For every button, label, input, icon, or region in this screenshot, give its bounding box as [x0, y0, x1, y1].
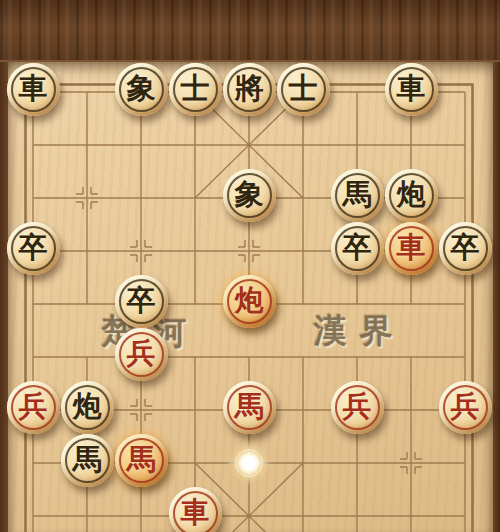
piece-character: 士 [181, 74, 210, 103]
piece-character: 兵 [127, 339, 156, 368]
piece-carved-ring [389, 67, 434, 112]
piece-black-elephant[interactable]: 象 [115, 63, 168, 116]
piece-carved-ring [227, 279, 272, 324]
xiangqi-app-window: 楚 河 漢 界 車象士將士車象馬炮卒卒車卒卒炮兵兵炮馬兵兵馬馬車 [0, 0, 500, 532]
piece-carved-ring [119, 438, 164, 483]
piece-carved-ring [335, 173, 380, 218]
piece-character: 車 [397, 233, 426, 262]
piece-black-soldier[interactable]: 卒 [7, 222, 60, 275]
piece-character: 車 [397, 74, 426, 103]
piece-black-soldier[interactable]: 卒 [331, 222, 384, 275]
piece-character: 象 [235, 180, 264, 209]
river-label-han: 漢 [314, 309, 347, 354]
piece-carved-ring [335, 385, 380, 430]
board-frame-top [0, 0, 500, 62]
piece-black-horse[interactable]: 馬 [331, 169, 384, 222]
piece-character: 卒 [127, 286, 156, 315]
piece-character: 卒 [451, 233, 480, 262]
piece-character: 車 [19, 74, 48, 103]
piece-carved-ring [119, 67, 164, 112]
piece-character: 炮 [73, 392, 102, 421]
piece-carved-ring [11, 385, 56, 430]
piece-character: 馬 [73, 445, 102, 474]
piece-character: 卒 [343, 233, 372, 262]
piece-red-soldier[interactable]: 兵 [439, 381, 492, 434]
piece-red-chariot[interactable]: 車 [385, 222, 438, 275]
piece-carved-ring [119, 332, 164, 377]
piece-carved-ring [281, 67, 326, 112]
piece-carved-ring [335, 226, 380, 271]
piece-carved-ring [173, 67, 218, 112]
piece-character: 卒 [19, 233, 48, 262]
piece-black-cannon[interactable]: 炮 [385, 169, 438, 222]
board-frame-right [493, 62, 500, 532]
piece-carved-ring [389, 226, 434, 271]
piece-carved-ring [11, 67, 56, 112]
piece-carved-ring [227, 67, 272, 112]
piece-black-general[interactable]: 將 [223, 63, 276, 116]
piece-carved-ring [389, 173, 434, 218]
piece-carved-ring [119, 279, 164, 324]
piece-character: 兵 [343, 392, 372, 421]
piece-red-cannon[interactable]: 炮 [223, 275, 276, 328]
piece-carved-ring [443, 226, 488, 271]
piece-carved-ring [443, 385, 488, 430]
piece-character: 象 [127, 74, 156, 103]
piece-red-soldier[interactable]: 兵 [115, 328, 168, 381]
piece-black-soldier[interactable]: 卒 [115, 275, 168, 328]
board-frame-left [0, 62, 8, 532]
piece-carved-ring [173, 491, 218, 532]
piece-character: 將 [235, 74, 264, 103]
piece-red-chariot[interactable]: 車 [169, 487, 222, 532]
piece-black-advisor[interactable]: 士 [277, 63, 330, 116]
piece-carved-ring [65, 438, 110, 483]
piece-character: 馬 [127, 445, 156, 474]
piece-character: 車 [181, 498, 210, 527]
piece-black-elephant[interactable]: 象 [223, 169, 276, 222]
piece-character: 炮 [397, 180, 426, 209]
piece-character: 馬 [343, 180, 372, 209]
piece-carved-ring [11, 226, 56, 271]
piece-red-horse[interactable]: 馬 [223, 381, 276, 434]
piece-red-horse[interactable]: 馬 [115, 434, 168, 487]
piece-black-chariot[interactable]: 車 [385, 63, 438, 116]
piece-carved-ring [227, 385, 272, 430]
piece-carved-ring [227, 173, 272, 218]
piece-carved-ring [65, 385, 110, 430]
piece-black-soldier[interactable]: 卒 [439, 222, 492, 275]
piece-black-advisor[interactable]: 士 [169, 63, 222, 116]
piece-red-soldier[interactable]: 兵 [331, 381, 384, 434]
piece-red-soldier[interactable]: 兵 [7, 381, 60, 434]
piece-black-chariot[interactable]: 車 [7, 63, 60, 116]
piece-character: 士 [289, 74, 318, 103]
river-label-jie: 界 [360, 309, 393, 354]
piece-black-horse[interactable]: 馬 [61, 434, 114, 487]
piece-character: 兵 [19, 392, 48, 421]
piece-black-cannon[interactable]: 炮 [61, 381, 114, 434]
piece-character: 兵 [451, 392, 480, 421]
piece-character: 炮 [235, 286, 264, 315]
piece-character: 馬 [235, 392, 264, 421]
